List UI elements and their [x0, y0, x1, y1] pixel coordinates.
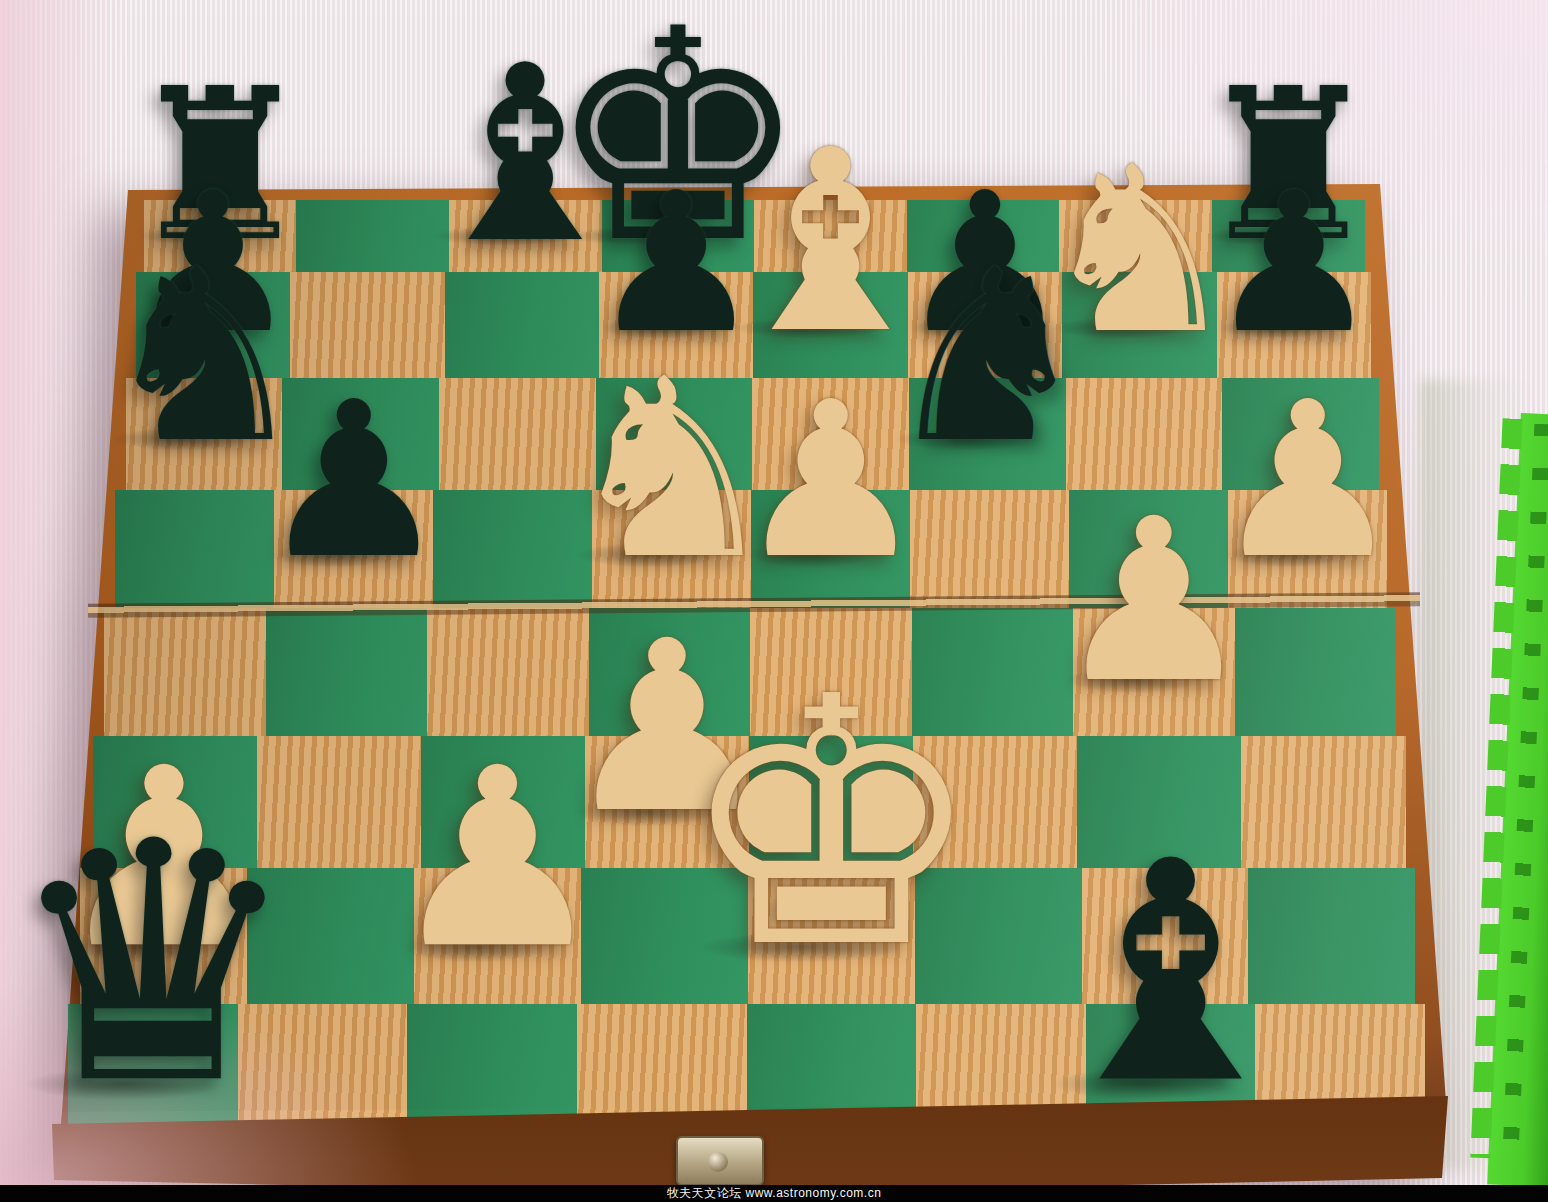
clasp-knob — [708, 1152, 728, 1172]
piece-white-pawn-c2[interactable]: ♟ — [387, 734, 608, 981]
piece-black-pawn-b5[interactable]: ♟ — [258, 374, 451, 589]
square-h4[interactable] — [1235, 608, 1396, 736]
square-e1[interactable] — [747, 1004, 917, 1140]
caption-bar: 牧夫天文论坛 www.astronomy.com.cn — [0, 1185, 1548, 1202]
photo-scene: ♜♝♚♜♟♟♟♟♝♞♞♞♟♞♟♟♟♟♟♟♚♛♝ 牧夫天文论坛 www.astro… — [0, 0, 1548, 1202]
piece-black-queen-a1[interactable]: ♛ — [5, 798, 302, 1129]
piece-white-pawn-g4[interactable]: ♟ — [1053, 489, 1255, 714]
board-clasp-latch — [676, 1136, 764, 1186]
piece-black-bishop-g1[interactable]: ♝ — [1034, 821, 1307, 1125]
square-d1[interactable] — [577, 1004, 747, 1140]
watermark-text: 牧夫天文论坛 www.astronomy.com.cn — [667, 1185, 882, 1202]
square-a5[interactable] — [115, 490, 274, 608]
piece-white-pawn-e5[interactable]: ♟ — [734, 374, 927, 589]
square-f5[interactable] — [910, 490, 1069, 608]
piece-white-king-e2[interactable]: ♚ — [678, 653, 985, 995]
square-c1[interactable] — [407, 1004, 577, 1140]
